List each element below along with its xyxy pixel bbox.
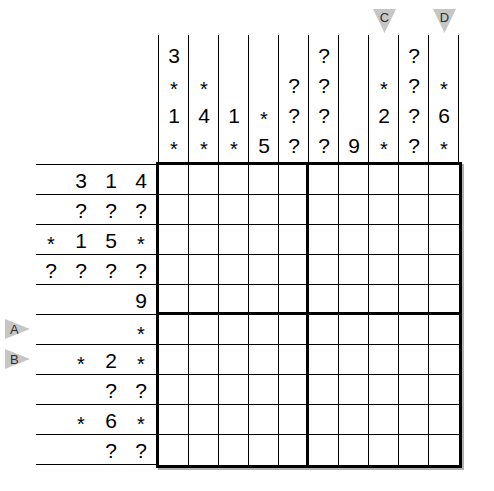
marker-a-right-arrow-icon: A [5, 319, 30, 339]
grid-cell[interactable] [219, 255, 249, 285]
grid-cell[interactable] [369, 315, 399, 345]
row-clue: 4 [126, 165, 156, 195]
col-clue: 3 [159, 40, 189, 70]
row-clue: ? [96, 195, 126, 225]
grid-cell[interactable] [189, 435, 219, 465]
grid-cell[interactable] [429, 405, 459, 435]
col-clue: 9 [339, 130, 369, 160]
grid-cell[interactable] [429, 225, 459, 255]
col-clue: * [189, 134, 219, 164]
grid-cell[interactable] [159, 225, 189, 255]
row-clue: 1 [96, 165, 126, 195]
grid-cell[interactable] [279, 345, 309, 375]
grid-cell[interactable] [369, 285, 399, 315]
grid-cell[interactable] [189, 255, 219, 285]
grid-cell[interactable] [219, 315, 249, 345]
row-clue-line: *2* [36, 344, 156, 374]
grid-cell[interactable] [309, 345, 339, 375]
col-clue: 6 [429, 100, 459, 130]
row-clue-line: *6* [36, 404, 156, 434]
col-clue-stack: 3*1* [158, 35, 188, 162]
row-clue: ? [66, 255, 96, 285]
grid-cell[interactable] [219, 165, 249, 195]
grid-cell[interactable] [399, 165, 429, 195]
grid-cell[interactable] [249, 225, 279, 255]
row-clue-line: 9 [36, 284, 156, 314]
grid-cell[interactable] [429, 345, 459, 375]
col-clue: ? [309, 40, 339, 70]
grid-cell[interactable] [159, 195, 189, 225]
grid-cell[interactable] [219, 435, 249, 465]
grid-cell[interactable] [339, 315, 369, 345]
row-clue-line: * [36, 314, 156, 344]
row-clue: ? [96, 435, 126, 465]
grid-cell[interactable] [399, 345, 429, 375]
grid-cell[interactable] [429, 375, 459, 405]
col-clue-stack: ???? [308, 35, 338, 162]
grid-cell[interactable] [219, 375, 249, 405]
grid-cell[interactable] [309, 435, 339, 465]
grid-cell[interactable] [309, 225, 339, 255]
row-clue: * [66, 409, 96, 439]
puzzle-grid [156, 162, 462, 468]
col-clue: ? [309, 100, 339, 130]
grid-cell[interactable] [339, 195, 369, 225]
grid-cell[interactable] [339, 255, 369, 285]
grid-cell[interactable] [339, 405, 369, 435]
grid-cell[interactable] [279, 225, 309, 255]
col-clue-stack: 9 [338, 35, 368, 162]
grid-cell[interactable] [189, 165, 219, 195]
grid-cell[interactable] [339, 285, 369, 315]
grid-cell[interactable] [399, 315, 429, 345]
grid-cell[interactable] [279, 285, 309, 315]
row-clue: 3 [66, 165, 96, 195]
marker-c-down-arrow-icon: C [373, 9, 396, 33]
col-clue: * [369, 74, 399, 104]
grid-cell[interactable] [339, 435, 369, 465]
row-clue: ? [126, 375, 156, 405]
grid-cell[interactable] [429, 435, 459, 465]
grid-cell[interactable] [249, 345, 279, 375]
col-clue-stack: *4* [188, 35, 218, 162]
grid-cell[interactable] [249, 255, 279, 285]
grid-cell[interactable] [279, 435, 309, 465]
grid-cell[interactable] [219, 195, 249, 225]
grid-cell[interactable] [339, 225, 369, 255]
grid-cell[interactable] [399, 405, 429, 435]
col-clue: 1 [159, 100, 189, 130]
grid-cell[interactable] [279, 255, 309, 285]
grid-cell[interactable] [189, 195, 219, 225]
grid-cell[interactable] [189, 405, 219, 435]
col-clue: 2 [369, 100, 399, 130]
grid-cell[interactable] [279, 195, 309, 225]
row-clue: 6 [96, 405, 126, 435]
grid-cell[interactable] [249, 435, 279, 465]
grid-cell[interactable] [189, 225, 219, 255]
grid-cell[interactable] [219, 345, 249, 375]
col-clue: * [189, 74, 219, 104]
row-clue: ? [66, 195, 96, 225]
grid-cell[interactable] [309, 285, 339, 315]
grid-cell[interactable] [189, 375, 219, 405]
row-clue: ? [126, 255, 156, 285]
col-clue-stack: *2* [368, 35, 398, 162]
row-clue: ? [36, 255, 66, 285]
grid-cell[interactable] [309, 405, 339, 435]
col-clue: ? [309, 130, 339, 160]
col-clue: * [219, 134, 249, 164]
row-clue-line: 314 [36, 164, 156, 194]
col-clue: * [369, 134, 399, 164]
row-clues: 314???*15*????9**2*??*6*?? [36, 164, 156, 465]
grid-cell[interactable] [369, 225, 399, 255]
row-clue-line: ??? [36, 194, 156, 224]
grid-cell[interactable] [159, 165, 189, 195]
grid-cell[interactable] [339, 345, 369, 375]
grid-cell[interactable] [369, 375, 399, 405]
grid-cell[interactable] [219, 225, 249, 255]
row-clue: * [126, 409, 156, 439]
grid-cell[interactable] [159, 345, 189, 375]
row-clue: 2 [96, 345, 126, 375]
grid-cell[interactable] [249, 405, 279, 435]
puzzle-board: 3*1**4*1**5???????9*2*????*6* 314???*15*… [0, 0, 494, 491]
grid-cell[interactable] [219, 285, 249, 315]
grid-cell[interactable] [309, 255, 339, 285]
grid-cell[interactable] [159, 435, 189, 465]
row-clue: 9 [126, 285, 156, 315]
grid-cell[interactable] [159, 285, 189, 315]
grid-cell[interactable] [249, 285, 279, 315]
col-clue-stack: ??? [278, 35, 308, 162]
row-clue: * [66, 349, 96, 379]
column-clues: 3*1**4*1**5???????9*2*????*6* [158, 35, 459, 162]
row-clue: 5 [96, 225, 126, 255]
col-clue: 1 [219, 100, 249, 130]
col-clue-stack: 1* [218, 35, 248, 162]
row-clue: * [36, 229, 66, 259]
grid-cell[interactable] [369, 255, 399, 285]
col-clue: * [429, 134, 459, 164]
grid-cell[interactable] [249, 375, 279, 405]
grid-cell[interactable] [429, 195, 459, 225]
grid-cell[interactable] [339, 375, 369, 405]
grid-cell[interactable] [279, 405, 309, 435]
col-clue: 4 [189, 100, 219, 130]
grid-cell[interactable] [219, 405, 249, 435]
row-clue: ? [126, 435, 156, 465]
grid-cell[interactable] [369, 165, 399, 195]
col-clue: ? [279, 70, 309, 100]
grid-cell[interactable] [399, 225, 429, 255]
grid-cell[interactable] [369, 345, 399, 375]
grid-cell[interactable] [339, 165, 369, 195]
grid-cell[interactable] [159, 315, 189, 345]
col-clue-stack: *5 [248, 35, 278, 162]
grid-cell[interactable] [399, 375, 429, 405]
col-clue: ? [399, 130, 429, 160]
col-clue: * [159, 74, 189, 104]
grid-cell[interactable] [369, 195, 399, 225]
row-clue: ? [96, 375, 126, 405]
grid-cell[interactable] [249, 165, 279, 195]
grid-cell[interactable] [159, 255, 189, 285]
row-clue: * [126, 229, 156, 259]
grid-cell[interactable] [309, 375, 339, 405]
grid-cell[interactable] [369, 435, 399, 465]
col-clue: ? [399, 40, 429, 70]
marker-b-right-arrow-icon: B [5, 349, 30, 369]
col-clue: ? [279, 100, 309, 130]
grid-cell[interactable] [159, 405, 189, 435]
row-clue: ? [126, 195, 156, 225]
marker-d-down-arrow-icon: D [433, 9, 456, 33]
row-clue: ? [96, 255, 126, 285]
row-clue: * [126, 349, 156, 379]
grid-cell[interactable] [309, 315, 339, 345]
grid-cell[interactable] [189, 345, 219, 375]
row-clue-line: *15* [36, 224, 156, 254]
col-clue: ? [279, 130, 309, 160]
col-clue-stack: *6* [428, 35, 458, 162]
col-clue: ? [309, 70, 339, 100]
grid-cell[interactable] [159, 375, 189, 405]
grid-cell[interactable] [189, 285, 219, 315]
row-clue: 1 [66, 225, 96, 255]
col-clue: 5 [249, 130, 279, 160]
grid-cell[interactable] [369, 405, 399, 435]
col-clue: ? [399, 70, 429, 100]
grid-cell[interactable] [249, 315, 279, 345]
grid-cell[interactable] [429, 285, 459, 315]
col-clue: ? [399, 100, 429, 130]
grid-cell[interactable] [429, 165, 459, 195]
grid-cell[interactable] [279, 165, 309, 195]
grid-cell[interactable] [399, 285, 429, 315]
grid-cell[interactable] [429, 255, 459, 285]
grid-cell[interactable] [309, 165, 339, 195]
grid-cell[interactable] [309, 195, 339, 225]
grid-cell[interactable] [279, 375, 309, 405]
col-clue: * [159, 134, 189, 164]
grid-cell[interactable] [399, 435, 429, 465]
col-clue-stack: ???? [398, 35, 428, 162]
grid-cell[interactable] [249, 195, 279, 225]
grid-cell[interactable] [189, 315, 219, 345]
col-clue: * [429, 74, 459, 104]
grid-cell[interactable] [399, 195, 429, 225]
row-clue: * [126, 319, 156, 349]
grid-cell[interactable] [429, 315, 459, 345]
grid-cell[interactable] [279, 315, 309, 345]
grid-cell[interactable] [399, 255, 429, 285]
col-clue: * [249, 104, 279, 134]
